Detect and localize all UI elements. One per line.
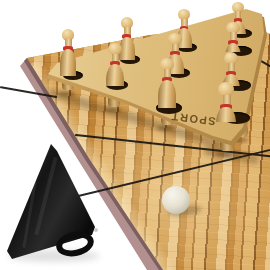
bowling-pin [218, 52, 244, 86]
pin-body [158, 80, 176, 108]
pin-body [225, 43, 242, 52]
bowling-pin [211, 82, 241, 122]
pin-base-shadow [58, 91, 75, 97]
bag-zipper-pull [94, 228, 98, 232]
bowling-pin [154, 58, 181, 108]
bowling-ball [162, 186, 190, 214]
pin-body [106, 64, 123, 86]
product-photo-tabletop-bowling: SPORT [0, 0, 270, 270]
pin-body [216, 107, 237, 122]
bowling-pin [56, 29, 80, 76]
pin-base-shadow [104, 107, 121, 113]
bowling-pin [221, 22, 245, 52]
pin-body [60, 49, 77, 76]
bowling-pin [103, 43, 128, 86]
pin-base-shadow [157, 125, 174, 131]
pin-base-shadow [216, 151, 233, 157]
bag-fold [34, 157, 57, 236]
bag-fold [22, 182, 36, 248]
